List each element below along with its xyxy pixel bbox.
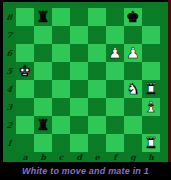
square-g2[interactable]	[124, 116, 142, 134]
square-d6[interactable]	[70, 44, 88, 62]
square-h3[interactable]: ♝	[142, 98, 160, 116]
rank-label-8: 8	[3, 8, 17, 26]
white-pawn-f6: ♟	[106, 44, 124, 62]
square-a1[interactable]	[16, 134, 34, 152]
square-h8[interactable]	[142, 8, 160, 26]
square-c5[interactable]	[52, 62, 70, 80]
square-h6[interactable]	[142, 44, 160, 62]
square-d5[interactable]	[70, 62, 88, 80]
square-g8[interactable]: ♚	[124, 8, 142, 26]
square-f6[interactable]: ♟	[106, 44, 124, 62]
puzzle-caption: White to move and mate in 1	[22, 166, 149, 176]
square-e8[interactable]	[88, 8, 106, 26]
white-rook-h1: ♜	[142, 134, 160, 152]
square-f3[interactable]	[106, 98, 124, 116]
square-b7[interactable]	[34, 26, 52, 44]
square-c8[interactable]	[52, 8, 70, 26]
square-a5[interactable]: ♚	[16, 62, 34, 80]
square-c3[interactable]	[52, 98, 70, 116]
square-e3[interactable]	[88, 98, 106, 116]
square-d2[interactable]	[70, 116, 88, 134]
square-c2[interactable]	[52, 116, 70, 134]
white-king-a5: ♚	[16, 62, 34, 80]
square-b8[interactable]: ♜	[34, 8, 52, 26]
square-d3[interactable]	[70, 98, 88, 116]
rank-label-3: 3	[3, 98, 17, 116]
square-f8[interactable]	[106, 8, 124, 26]
chess-board: ♜♚♟♟♚♞♜♝♜♜	[16, 8, 160, 152]
caption-bar: White to move and mate in 1	[0, 162, 171, 180]
square-b3[interactable]	[34, 98, 52, 116]
rank-label-1: 1	[3, 134, 17, 152]
chess-puzzle-window: 87654321 ♜♚♟♟♚♞♜♝♜♜ abcdefgh White to mo…	[0, 0, 171, 180]
square-c4[interactable]	[52, 80, 70, 98]
square-f7[interactable]	[106, 26, 124, 44]
square-f2[interactable]	[106, 116, 124, 134]
square-d4[interactable]	[70, 80, 88, 98]
square-b1[interactable]	[34, 134, 52, 152]
square-f1[interactable]	[106, 134, 124, 152]
black-king-g8: ♚	[124, 8, 142, 26]
file-label-d: d	[70, 151, 88, 162]
square-f5[interactable]	[106, 62, 124, 80]
square-d8[interactable]	[70, 8, 88, 26]
square-e5[interactable]	[88, 62, 106, 80]
square-e1[interactable]	[88, 134, 106, 152]
square-b5[interactable]	[34, 62, 52, 80]
square-h2[interactable]	[142, 116, 160, 134]
square-a7[interactable]	[16, 26, 34, 44]
square-e2[interactable]	[88, 116, 106, 134]
square-e4[interactable]	[88, 80, 106, 98]
square-g4[interactable]: ♞	[124, 80, 142, 98]
black-rook-b8: ♜	[34, 8, 52, 26]
rank-label-6: 6	[3, 44, 17, 62]
square-g1[interactable]	[124, 134, 142, 152]
square-c7[interactable]	[52, 26, 70, 44]
square-g7[interactable]	[124, 26, 142, 44]
square-c6[interactable]	[52, 44, 70, 62]
square-a6[interactable]	[16, 44, 34, 62]
rank-label-2: 2	[3, 116, 17, 134]
square-c1[interactable]	[52, 134, 70, 152]
square-d7[interactable]	[70, 26, 88, 44]
file-label-f: f	[106, 151, 124, 162]
rank-label-4: 4	[3, 80, 17, 98]
square-d1[interactable]	[70, 134, 88, 152]
right-border-line	[168, 0, 171, 163]
square-e7[interactable]	[88, 26, 106, 44]
white-rook-h4: ♜	[142, 80, 160, 98]
square-a8[interactable]	[16, 8, 34, 26]
square-b2[interactable]: ♜	[34, 116, 52, 134]
white-knight-g4: ♞	[124, 80, 142, 98]
file-label-a: a	[16, 151, 34, 162]
rank-label-5: 5	[3, 62, 17, 80]
white-bishop-h3: ♝	[142, 98, 160, 116]
black-rook-b2: ♜	[34, 116, 52, 134]
file-label-g: g	[124, 151, 142, 162]
file-label-h: h	[142, 151, 160, 162]
square-h1[interactable]: ♜	[142, 134, 160, 152]
file-label-e: e	[88, 151, 106, 162]
file-labels: abcdefgh	[16, 151, 160, 162]
file-label-c: c	[52, 151, 70, 162]
square-a3[interactable]	[16, 98, 34, 116]
square-a2[interactable]	[16, 116, 34, 134]
square-h4[interactable]: ♜	[142, 80, 160, 98]
square-e6[interactable]	[88, 44, 106, 62]
rank-label-7: 7	[3, 26, 17, 44]
square-a4[interactable]	[16, 80, 34, 98]
square-g6[interactable]: ♟	[124, 44, 142, 62]
square-g3[interactable]	[124, 98, 142, 116]
square-h5[interactable]	[142, 62, 160, 80]
file-label-b: b	[34, 151, 52, 162]
square-b4[interactable]	[34, 80, 52, 98]
square-h7[interactable]	[142, 26, 160, 44]
square-f4[interactable]	[106, 80, 124, 98]
square-g5[interactable]	[124, 62, 142, 80]
square-b6[interactable]	[34, 44, 52, 62]
rank-labels: 87654321	[4, 8, 15, 152]
white-pawn-g6: ♟	[124, 44, 142, 62]
